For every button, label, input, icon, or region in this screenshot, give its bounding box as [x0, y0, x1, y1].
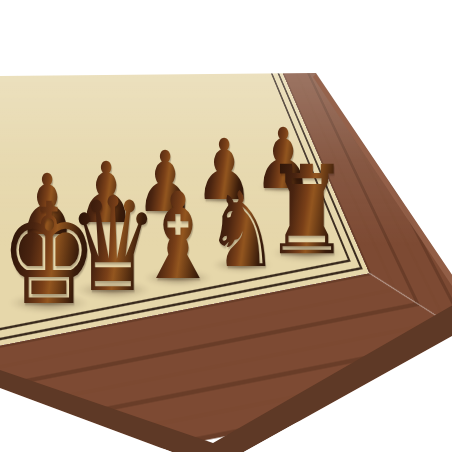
- chessboard-photo: ♟♟♟♟♟♜♞♝♛♚: [0, 0, 452, 452]
